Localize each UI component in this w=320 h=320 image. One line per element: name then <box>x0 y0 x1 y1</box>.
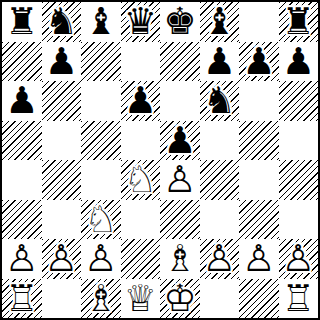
square-f5[interactable] <box>200 121 240 161</box>
square-a2[interactable]: ♟♙ <box>2 239 42 279</box>
piece-black-pawn: ♟ <box>160 121 200 161</box>
white-piece-outline: ♖ <box>279 279 319 319</box>
square-f8[interactable]: ♝ <box>200 2 240 42</box>
white-piece-outline: ♙ <box>239 239 279 279</box>
white-piece-outline: ♙ <box>200 239 240 279</box>
square-h8[interactable]: ♜ <box>279 2 319 42</box>
piece-white-queen: ♛♕ <box>121 279 161 319</box>
square-e1[interactable]: ♚♔ <box>160 279 200 319</box>
square-d4[interactable]: ♞♘ <box>121 160 161 200</box>
square-c2[interactable]: ♟♙ <box>81 239 121 279</box>
square-e7[interactable] <box>160 42 200 82</box>
square-a6[interactable]: ♟ <box>2 81 42 121</box>
piece-black-knight: ♞ <box>42 2 82 42</box>
square-c6[interactable] <box>81 81 121 121</box>
square-a5[interactable] <box>2 121 42 161</box>
square-f7[interactable]: ♟ <box>200 42 240 82</box>
piece-white-rook: ♜♖ <box>279 279 319 319</box>
piece-white-knight: ♞♘ <box>81 200 121 240</box>
square-g3[interactable] <box>239 200 279 240</box>
square-g1[interactable] <box>239 279 279 319</box>
square-h2[interactable]: ♟♙ <box>279 239 319 279</box>
square-f6[interactable]: ♞ <box>200 81 240 121</box>
square-e8[interactable]: ♚ <box>160 2 200 42</box>
chess-board: ♜♞♝♛♚♝♜♟♟♟♟♟♟♞♟♞♘♟♙♞♘♟♙♟♙♟♙♝♗♟♙♟♙♟♙♜♖♝♗♛… <box>0 0 320 320</box>
square-h1[interactable]: ♜♖ <box>279 279 319 319</box>
square-b8[interactable]: ♞ <box>42 2 82 42</box>
square-d5[interactable] <box>121 121 161 161</box>
piece-white-pawn: ♟♙ <box>160 160 200 200</box>
piece-black-queen: ♛ <box>121 2 161 42</box>
square-d1[interactable]: ♛♕ <box>121 279 161 319</box>
piece-white-bishop: ♝♗ <box>160 239 200 279</box>
square-c4[interactable] <box>81 160 121 200</box>
square-a8[interactable]: ♜ <box>2 2 42 42</box>
square-b1[interactable] <box>42 279 82 319</box>
white-piece-outline: ♘ <box>81 200 121 240</box>
piece-white-knight: ♞♘ <box>121 160 161 200</box>
square-a4[interactable] <box>2 160 42 200</box>
square-f2[interactable]: ♟♙ <box>200 239 240 279</box>
square-b6[interactable] <box>42 81 82 121</box>
white-piece-outline: ♙ <box>160 160 200 200</box>
white-piece-outline: ♕ <box>121 279 161 319</box>
square-b4[interactable] <box>42 160 82 200</box>
square-g4[interactable] <box>239 160 279 200</box>
square-b2[interactable]: ♟♙ <box>42 239 82 279</box>
square-g8[interactable] <box>239 2 279 42</box>
square-e4[interactable]: ♟♙ <box>160 160 200 200</box>
white-piece-outline: ♙ <box>2 239 42 279</box>
white-piece-outline: ♖ <box>2 279 42 319</box>
piece-black-king: ♚ <box>160 2 200 42</box>
piece-black-knight: ♞ <box>200 81 240 121</box>
square-e2[interactable]: ♝♗ <box>160 239 200 279</box>
white-piece-outline: ♙ <box>42 239 82 279</box>
piece-white-pawn: ♟♙ <box>239 239 279 279</box>
piece-black-bishop: ♝ <box>81 2 121 42</box>
piece-white-pawn: ♟♙ <box>81 239 121 279</box>
square-g5[interactable] <box>239 121 279 161</box>
piece-black-pawn: ♟ <box>42 42 82 82</box>
white-piece-outline: ♘ <box>121 160 161 200</box>
square-f3[interactable] <box>200 200 240 240</box>
square-a3[interactable] <box>2 200 42 240</box>
white-piece-outline: ♔ <box>160 279 200 319</box>
square-g2[interactable]: ♟♙ <box>239 239 279 279</box>
square-d6[interactable]: ♟ <box>121 81 161 121</box>
square-d2[interactable] <box>121 239 161 279</box>
piece-black-pawn: ♟ <box>2 81 42 121</box>
square-c1[interactable]: ♝♗ <box>81 279 121 319</box>
piece-black-rook: ♜ <box>279 2 319 42</box>
white-piece-outline: ♙ <box>81 239 121 279</box>
piece-black-pawn: ♟ <box>121 81 161 121</box>
square-b3[interactable] <box>42 200 82 240</box>
square-e6[interactable] <box>160 81 200 121</box>
piece-black-rook: ♜ <box>2 2 42 42</box>
square-d3[interactable] <box>121 200 161 240</box>
square-d7[interactable] <box>121 42 161 82</box>
square-e5[interactable]: ♟ <box>160 121 200 161</box>
piece-white-bishop: ♝♗ <box>81 279 121 319</box>
square-g7[interactable]: ♟ <box>239 42 279 82</box>
piece-white-king: ♚♔ <box>160 279 200 319</box>
white-piece-outline: ♗ <box>81 279 121 319</box>
piece-black-pawn: ♟ <box>279 42 319 82</box>
piece-white-rook: ♜♖ <box>2 279 42 319</box>
piece-black-pawn: ♟ <box>200 42 240 82</box>
square-c7[interactable] <box>81 42 121 82</box>
square-g6[interactable] <box>239 81 279 121</box>
piece-black-pawn: ♟ <box>239 42 279 82</box>
square-a7[interactable] <box>2 42 42 82</box>
square-f1[interactable] <box>200 279 240 319</box>
piece-white-pawn: ♟♙ <box>2 239 42 279</box>
piece-black-bishop: ♝ <box>200 2 240 42</box>
square-a1[interactable]: ♜♖ <box>2 279 42 319</box>
piece-white-pawn: ♟♙ <box>42 239 82 279</box>
white-piece-outline: ♗ <box>160 239 200 279</box>
square-b7[interactable]: ♟ <box>42 42 82 82</box>
piece-white-pawn: ♟♙ <box>279 239 319 279</box>
square-h6[interactable] <box>279 81 319 121</box>
square-h4[interactable] <box>279 160 319 200</box>
square-b5[interactable] <box>42 121 82 161</box>
white-piece-outline: ♙ <box>279 239 319 279</box>
square-c8[interactable]: ♝ <box>81 2 121 42</box>
square-e3[interactable] <box>160 200 200 240</box>
square-h3[interactable] <box>279 200 319 240</box>
square-h7[interactable]: ♟ <box>279 42 319 82</box>
square-h5[interactable] <box>279 121 319 161</box>
piece-white-pawn: ♟♙ <box>200 239 240 279</box>
square-d8[interactable]: ♛ <box>121 2 161 42</box>
square-c3[interactable]: ♞♘ <box>81 200 121 240</box>
square-f4[interactable] <box>200 160 240 200</box>
square-c5[interactable] <box>81 121 121 161</box>
